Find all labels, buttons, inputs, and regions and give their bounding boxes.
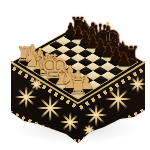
product-photo: ♜♞♝♛♚♝♞♜♟♟♟♟♟♟♟♟♟♟♟♟♟♟♟♟♜♞♝♛♚♝♞♜ xyxy=(0,0,150,150)
king-gold-finial xyxy=(106,22,109,25)
star-center xyxy=(68,120,72,124)
star-motif xyxy=(85,104,107,126)
star-center xyxy=(24,95,28,99)
star-center xyxy=(48,106,52,110)
star-center xyxy=(116,97,120,101)
star-center xyxy=(94,113,98,117)
star-motif xyxy=(129,76,146,93)
star-center xyxy=(135,82,139,86)
star-center xyxy=(34,82,38,86)
star-motif xyxy=(105,86,131,112)
star-center xyxy=(87,128,91,132)
star-motif xyxy=(60,112,80,132)
